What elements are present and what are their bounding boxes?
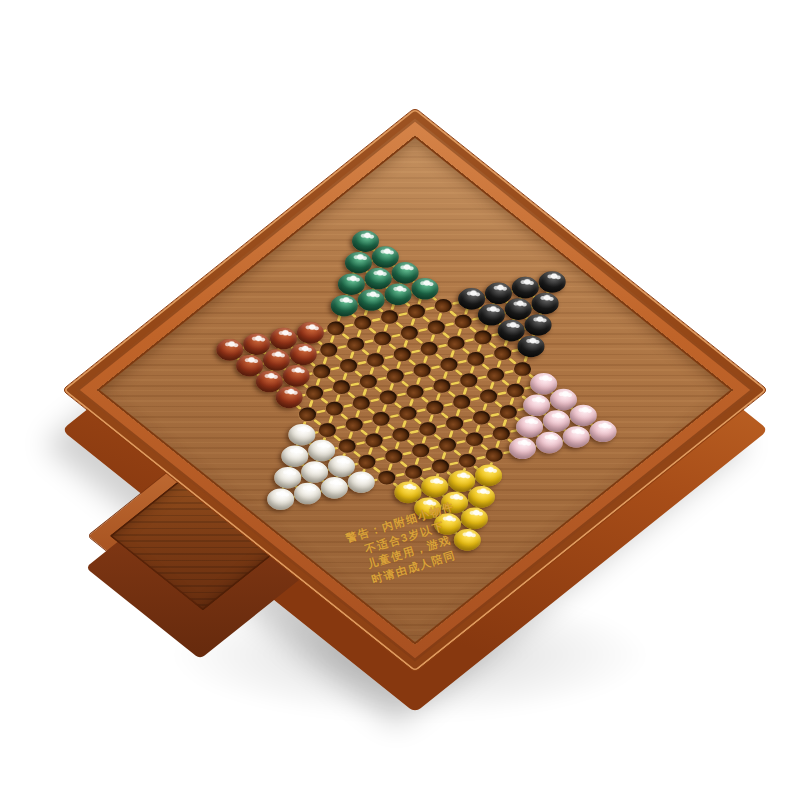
board-cell[interactable] — [407, 439, 434, 460]
board-hole — [503, 380, 527, 399]
board-cell[interactable] — [320, 478, 347, 499]
board-cell[interactable] — [327, 456, 354, 477]
board-cell[interactable] — [436, 353, 463, 374]
board-cell[interactable] — [215, 340, 242, 361]
board-cell[interactable] — [495, 401, 522, 422]
board-hole — [436, 435, 460, 454]
board-hole — [428, 456, 452, 475]
board-hole — [424, 317, 448, 336]
board-cell[interactable] — [477, 305, 504, 326]
board-cell[interactable] — [341, 413, 368, 434]
board-cell[interactable] — [348, 392, 375, 413]
board-hole — [378, 307, 402, 326]
board-cell[interactable] — [382, 365, 409, 386]
board-cell[interactable] — [420, 477, 447, 498]
board-cell[interactable] — [542, 411, 569, 432]
board-cell[interactable] — [427, 455, 454, 476]
board-hole — [469, 408, 493, 427]
board-cell[interactable] — [383, 284, 410, 305]
board-cell[interactable] — [441, 412, 468, 433]
board-hole — [471, 327, 495, 346]
board-hole — [337, 355, 361, 374]
board-cell[interactable] — [362, 349, 389, 370]
board-cell[interactable] — [428, 375, 455, 396]
board-hole — [457, 370, 481, 389]
board-hole — [303, 383, 327, 402]
board-hole — [455, 451, 479, 470]
board-cell[interactable] — [242, 334, 269, 355]
board-hole — [310, 361, 334, 380]
board-hole — [362, 430, 386, 449]
board-cell[interactable] — [337, 274, 364, 295]
board-cell[interactable] — [273, 467, 300, 488]
board-hole — [397, 323, 421, 342]
board-cell[interactable] — [402, 380, 429, 401]
board-hole — [356, 371, 380, 390]
board-cell[interactable] — [549, 389, 576, 410]
board-cell[interactable] — [334, 435, 361, 456]
board-cell[interactable] — [368, 408, 395, 429]
board-cell[interactable] — [496, 320, 523, 341]
board-cell[interactable] — [468, 406, 495, 427]
board-cell[interactable] — [373, 466, 400, 487]
board-hole — [369, 409, 393, 428]
board-cell[interactable] — [335, 354, 362, 375]
board-cell[interactable] — [393, 482, 420, 503]
board-hole — [416, 419, 440, 438]
board-cell[interactable] — [355, 370, 382, 391]
board-hole — [423, 397, 447, 416]
board-cell[interactable] — [462, 348, 489, 369]
board-cell[interactable] — [274, 387, 301, 408]
board-cell[interactable] — [515, 417, 542, 438]
board-cell[interactable] — [308, 360, 335, 381]
board-hole — [342, 414, 366, 433]
board-cell[interactable] — [346, 472, 373, 493]
board-cell[interactable] — [588, 421, 615, 442]
board-hole — [344, 334, 368, 353]
board-hole — [510, 359, 534, 378]
board-hole — [324, 318, 348, 337]
board-hole — [363, 350, 387, 369]
board-hole — [443, 413, 467, 432]
board-cell[interactable] — [450, 310, 477, 331]
board-cell[interactable] — [262, 350, 289, 371]
board-hole — [396, 403, 420, 422]
board-cell[interactable] — [502, 379, 529, 400]
board-hole — [317, 340, 341, 359]
board-cell[interactable] — [307, 440, 334, 461]
board-hole — [375, 467, 399, 486]
board-cell[interactable] — [530, 293, 557, 314]
board-cell[interactable] — [349, 311, 376, 332]
board-cell[interactable] — [488, 422, 515, 443]
board-cell[interactable] — [387, 423, 414, 444]
board-hole — [409, 440, 433, 459]
board-cell[interactable] — [356, 290, 383, 311]
board-cell[interactable] — [235, 355, 262, 376]
board-cell[interactable] — [568, 405, 595, 426]
board-cell[interactable] — [448, 391, 475, 412]
board-hole — [462, 429, 486, 448]
board-hole — [451, 311, 475, 330]
board-cell[interactable] — [328, 376, 355, 397]
marble-yellow[interactable] — [469, 460, 507, 491]
board-cell[interactable] — [509, 358, 536, 379]
board-cell[interactable] — [363, 268, 390, 289]
board-cell[interactable] — [510, 277, 537, 298]
board-cell[interactable] — [300, 462, 327, 483]
board-cell[interactable] — [421, 396, 448, 417]
board-cell[interactable] — [351, 231, 378, 252]
product-photo-scene: 警告：内附细小物件 不适合3岁以下 儿童使用，游戏 时请由成人陪同 — [0, 0, 800, 800]
board-hole — [477, 386, 501, 405]
board-hole — [444, 333, 468, 352]
board-cell[interactable] — [423, 316, 450, 337]
marble-pink[interactable] — [503, 433, 541, 464]
board-cell[interactable] — [314, 419, 341, 440]
board-cell[interactable] — [410, 279, 437, 300]
board-cell[interactable] — [516, 336, 543, 357]
board-cell[interactable] — [537, 272, 564, 293]
board-cell[interactable] — [443, 332, 470, 353]
board-hole — [464, 349, 488, 368]
board-cell[interactable] — [315, 339, 342, 360]
board-hole — [329, 377, 353, 396]
board-hole — [335, 436, 359, 455]
board-hole — [430, 376, 454, 395]
board-cell[interactable] — [254, 371, 281, 392]
board-hole — [403, 382, 427, 401]
board-cell[interactable] — [353, 451, 380, 472]
board-cell[interactable] — [430, 294, 457, 315]
board-cell[interactable] — [369, 327, 396, 348]
board-cell[interactable] — [484, 283, 511, 304]
board-hole — [349, 393, 373, 412]
board-hole — [370, 328, 394, 347]
board-cell[interactable] — [474, 465, 501, 486]
board-cell[interactable] — [287, 425, 314, 446]
board-hole — [496, 402, 520, 421]
board-cell[interactable] — [475, 385, 502, 406]
board-cell[interactable] — [535, 432, 562, 453]
board-cell[interactable] — [482, 363, 509, 384]
board-hole — [491, 343, 515, 362]
board-cell[interactable] — [375, 386, 402, 407]
board-cell[interactable] — [508, 438, 535, 459]
board-cell[interactable] — [294, 403, 321, 424]
board-hole — [383, 366, 407, 385]
board-cell[interactable] — [342, 333, 369, 354]
board-cell[interactable] — [396, 322, 423, 343]
board-cell[interactable] — [380, 445, 407, 466]
board-cell[interactable] — [295, 323, 322, 344]
board-hole — [322, 398, 346, 417]
board-cell[interactable] — [370, 247, 397, 268]
board-cell[interactable] — [403, 300, 430, 321]
board-plane — [61, 107, 768, 673]
board-cell[interactable] — [481, 444, 508, 465]
board-hole — [382, 446, 406, 465]
board-cell[interactable] — [461, 428, 488, 449]
board-cell[interactable] — [457, 289, 484, 310]
board-hole — [315, 420, 339, 439]
board-hole — [417, 339, 441, 358]
board-cell[interactable] — [301, 382, 328, 403]
board-cell[interactable] — [455, 369, 482, 390]
board-cell[interactable] — [454, 449, 481, 470]
board-hole — [410, 360, 434, 379]
board-hole — [450, 392, 474, 411]
board-cell[interactable] — [447, 471, 474, 492]
board-cell[interactable] — [361, 429, 388, 450]
board-hole — [489, 423, 513, 442]
board-hole — [355, 452, 379, 471]
board-cell[interactable] — [376, 306, 403, 327]
board-cell[interactable] — [329, 296, 356, 317]
board-cell[interactable] — [489, 342, 516, 363]
board-cell[interactable] — [288, 344, 315, 365]
board-hole — [484, 365, 508, 384]
board-hole — [389, 425, 413, 444]
board-cell[interactable] — [293, 483, 320, 504]
board-hole — [431, 296, 455, 315]
board-hole — [404, 301, 428, 320]
board-cell[interactable] — [269, 328, 296, 349]
board-hole — [482, 445, 506, 464]
board-cell[interactable] — [394, 402, 421, 423]
board-cell[interactable] — [390, 263, 417, 284]
board-hole — [376, 387, 400, 406]
board-cell[interactable] — [322, 317, 349, 338]
board-cell[interactable] — [281, 366, 308, 387]
board-cell[interactable] — [321, 397, 348, 418]
board-cell[interactable] — [344, 253, 371, 274]
board-cell[interactable] — [503, 299, 530, 320]
board-hole — [437, 354, 461, 373]
board-hole — [390, 344, 414, 363]
board-cell[interactable] — [469, 326, 496, 347]
board-cell[interactable] — [280, 446, 307, 467]
board-cell[interactable] — [523, 315, 550, 336]
board-hole — [402, 462, 426, 481]
board-cell[interactable] — [434, 434, 461, 455]
board-cell[interactable] — [400, 461, 427, 482]
board-cell[interactable] — [529, 374, 556, 395]
board-cell[interactable] — [409, 359, 436, 380]
board-hole — [295, 404, 319, 423]
board-cell[interactable] — [416, 337, 443, 358]
board-cell[interactable] — [561, 427, 588, 448]
board-cell[interactable] — [389, 343, 416, 364]
board-hole — [351, 313, 375, 332]
board-cell[interactable] — [522, 395, 549, 416]
board-cell[interactable] — [414, 418, 441, 439]
